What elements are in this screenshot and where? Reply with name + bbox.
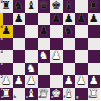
square-e2[interactable] xyxy=(50,75,63,88)
piece-white-pawn[interactable]: ♟ xyxy=(89,75,99,88)
piece-white-bishop[interactable]: ♝ xyxy=(26,88,36,101)
piece-black-rook[interactable]: ♜ xyxy=(1,0,11,13)
square-e4[interactable]: ♟ xyxy=(50,50,63,63)
coord-rank-3: 3 xyxy=(1,63,3,67)
square-h7[interactable]: ♟ xyxy=(88,13,101,26)
piece-black-knight[interactable]: ♞ xyxy=(64,25,74,38)
piece-white-pawn[interactable]: ♟ xyxy=(26,75,36,88)
coord-rank-7: 7 xyxy=(1,13,3,17)
coord-file-g: g xyxy=(76,96,79,100)
square-e7[interactable]: ♟ xyxy=(50,13,63,26)
piece-black-pawn[interactable]: ♟ xyxy=(89,13,99,26)
square-b5[interactable] xyxy=(13,38,26,51)
square-g2[interactable]: ♟ xyxy=(75,75,88,88)
piece-black-queen[interactable]: ♛ xyxy=(39,0,49,13)
square-c1[interactable]: ♝c xyxy=(25,88,38,101)
square-b8[interactable]: ♞ xyxy=(13,0,26,13)
square-d4[interactable]: ♞ xyxy=(38,50,51,63)
coord-file-b: b xyxy=(14,96,17,100)
square-h4[interactable] xyxy=(88,50,101,63)
square-d8[interactable]: ♛ xyxy=(38,0,51,13)
square-g7[interactable]: ♟ xyxy=(75,13,88,26)
square-g5[interactable] xyxy=(75,38,88,51)
square-d1[interactable]: ♛d xyxy=(38,88,51,101)
piece-white-pawn[interactable]: ♟ xyxy=(14,75,24,88)
square-c4[interactable] xyxy=(25,50,38,63)
piece-black-bishop[interactable]: ♝ xyxy=(64,0,74,13)
square-h2[interactable]: ♟ xyxy=(88,75,101,88)
square-a4[interactable]: 4 xyxy=(0,50,13,63)
square-a5[interactable]: 5 xyxy=(0,38,13,51)
piece-black-pawn[interactable]: ♟ xyxy=(14,13,24,26)
square-c5[interactable] xyxy=(25,38,38,51)
square-h5[interactable] xyxy=(88,38,101,51)
piece-black-knight[interactable]: ♞ xyxy=(14,0,24,13)
square-h8[interactable]: ♜ xyxy=(88,0,101,13)
piece-black-pawn[interactable]: ♟ xyxy=(1,25,11,38)
square-e8[interactable]: ♚ xyxy=(50,0,63,13)
piece-white-pawn[interactable]: ♟ xyxy=(64,75,74,88)
piece-white-knight[interactable]: ♞ xyxy=(39,50,49,63)
chess-board: ♜8♞♝♛♚♝♜7♟♟♟♟♟♟6♟♞54♞♟3♞♟2♟♟♟♟♟♜1ab♝c♛d♚… xyxy=(0,0,100,100)
square-c8[interactable]: ♝ xyxy=(25,0,38,13)
square-a6[interactable]: ♟6 xyxy=(0,25,13,38)
square-e6[interactable] xyxy=(50,25,63,38)
square-h6[interactable] xyxy=(88,25,101,38)
piece-white-king[interactable]: ♚ xyxy=(51,88,61,101)
square-f8[interactable]: ♝ xyxy=(63,0,76,13)
piece-black-pawn[interactable]: ♟ xyxy=(51,13,61,26)
coord-rank-4: 4 xyxy=(1,51,3,55)
piece-white-pawn[interactable]: ♟ xyxy=(76,75,86,88)
piece-white-bishop[interactable]: ♝ xyxy=(64,88,74,101)
piece-black-pawn[interactable]: ♟ xyxy=(76,13,86,26)
square-c6[interactable] xyxy=(25,25,38,38)
piece-white-rook[interactable]: ♜ xyxy=(1,88,11,101)
piece-white-pawn[interactable]: ♟ xyxy=(1,75,11,88)
square-f2[interactable]: ♟ xyxy=(63,75,76,88)
piece-white-rook[interactable]: ♜ xyxy=(89,88,99,101)
piece-white-queen[interactable]: ♛ xyxy=(39,88,49,101)
square-d2[interactable] xyxy=(38,75,51,88)
square-a8[interactable]: ♜8 xyxy=(0,0,13,13)
square-g6[interactable] xyxy=(75,25,88,38)
square-f1[interactable]: ♝f xyxy=(63,88,76,101)
square-f5[interactable] xyxy=(63,38,76,51)
piece-black-rook[interactable]: ♜ xyxy=(89,0,99,13)
square-f4[interactable] xyxy=(63,50,76,63)
chess-board-wrap: ♜8♞♝♛♚♝♜7♟♟♟♟♟♟6♟♞54♞♟3♞♟2♟♟♟♟♟♜1ab♝c♛d♚… xyxy=(0,0,100,100)
piece-black-pawn[interactable]: ♟ xyxy=(39,25,49,38)
square-d6[interactable]: ♟ xyxy=(38,25,51,38)
square-c2[interactable]: ♟ xyxy=(25,75,38,88)
square-g4[interactable] xyxy=(75,50,88,63)
coord-rank-5: 5 xyxy=(1,38,3,42)
piece-black-king[interactable]: ♚ xyxy=(51,0,61,13)
square-b7[interactable]: ♟ xyxy=(13,13,26,26)
square-b1[interactable]: b xyxy=(13,88,26,101)
square-g1[interactable]: g xyxy=(75,88,88,101)
square-b4[interactable] xyxy=(13,50,26,63)
square-b2[interactable]: ♟ xyxy=(13,75,26,88)
square-a1[interactable]: ♜1a xyxy=(0,88,13,101)
square-h1[interactable]: ♜h xyxy=(88,88,101,101)
piece-white-pawn[interactable]: ♟ xyxy=(51,50,61,63)
square-e3[interactable] xyxy=(50,63,63,76)
square-b6[interactable] xyxy=(13,25,26,38)
square-e1[interactable]: ♚e xyxy=(50,88,63,101)
square-f6[interactable]: ♞ xyxy=(63,25,76,38)
square-g8[interactable] xyxy=(75,0,88,13)
piece-black-bishop[interactable]: ♝ xyxy=(26,0,36,13)
square-d3[interactable] xyxy=(38,63,51,76)
square-c7[interactable] xyxy=(25,13,38,26)
square-a2[interactable]: ♟2 xyxy=(0,75,13,88)
